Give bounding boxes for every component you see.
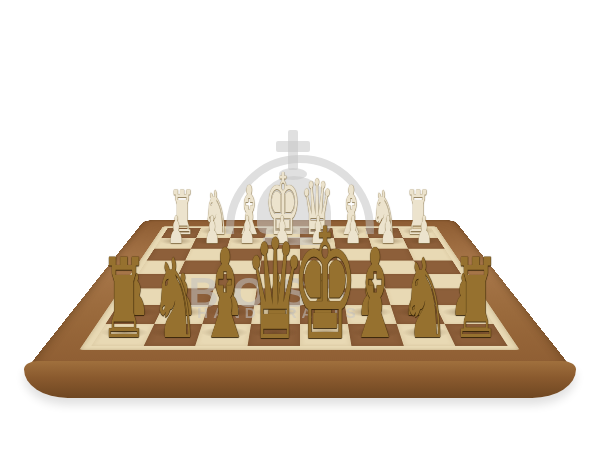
white-pawn: ♟ xyxy=(310,212,326,250)
piece-shadow xyxy=(301,227,333,234)
white-pawn: ♟ xyxy=(203,212,219,250)
piece-shadow xyxy=(302,327,349,338)
piece-shadow xyxy=(234,227,266,234)
pieces-layer: ♜♞♝♛♚♝♞♜♟♟♟♟♟♟♟♟♟♟♟♟♟♟♟♟♜♞♝♚♛♝♞♜ xyxy=(0,0,600,450)
piece-shadow xyxy=(161,307,205,317)
piece-shadow xyxy=(407,237,440,245)
brown-pawn: ♟ xyxy=(217,267,242,325)
piece-shadow xyxy=(101,327,148,338)
piece-shadow xyxy=(335,227,367,234)
piece-shadow xyxy=(230,237,263,245)
piece-shadow xyxy=(452,327,499,338)
piece-shadow xyxy=(266,237,299,245)
piece-shadow xyxy=(348,307,392,317)
white-bishop: ♝ xyxy=(235,177,264,245)
brown-pawn: ♟ xyxy=(358,267,383,325)
white-bishop: ♝ xyxy=(336,177,365,245)
brown-rook: ♜ xyxy=(452,244,499,354)
piece-shadow xyxy=(251,327,298,338)
white-pawn: ♟ xyxy=(380,212,396,250)
white-queen: ♛ xyxy=(300,170,333,246)
brown-bishop: ♝ xyxy=(349,233,402,356)
brown-pawn: ♟ xyxy=(264,267,289,325)
piece-shadow xyxy=(151,327,198,338)
piece-shadow xyxy=(255,307,299,317)
brown-pawn: ♟ xyxy=(311,267,336,325)
white-pawn: ♟ xyxy=(274,212,290,250)
piece-shadow xyxy=(395,307,439,317)
piece-shadow xyxy=(442,307,486,317)
piece-shadow xyxy=(160,237,193,245)
white-pawn: ♟ xyxy=(416,212,432,250)
white-rook: ♜ xyxy=(405,183,431,244)
brown-pawn: ♟ xyxy=(452,267,477,325)
piece-shadow xyxy=(369,227,401,234)
piece-shadow xyxy=(114,307,158,317)
white-rook: ♜ xyxy=(169,183,195,244)
brown-pawn: ♟ xyxy=(170,267,195,325)
piece-shadow xyxy=(201,327,248,338)
brown-pawn: ♟ xyxy=(123,267,148,325)
piece-shadow xyxy=(302,307,346,317)
brown-queen: ♛ xyxy=(245,221,305,360)
white-pawn: ♟ xyxy=(239,212,255,250)
piece-shadow xyxy=(267,227,299,234)
white-king: ♚ xyxy=(265,163,301,248)
brown-knight: ♞ xyxy=(151,244,198,354)
product-photo-stage: BOSS HANDICRAFTS ♜♞♝♛♚♝♞♜♟♟♟♟♟♟♟♟♟♟♟♟♟♟♟… xyxy=(0,0,600,450)
white-pawn: ♟ xyxy=(168,212,184,250)
brown-king: ♚ xyxy=(292,208,358,362)
brown-rook: ♜ xyxy=(101,244,148,354)
piece-shadow xyxy=(352,327,399,338)
piece-shadow xyxy=(337,237,370,245)
white-pawn: ♟ xyxy=(345,212,361,250)
brown-pawn: ♟ xyxy=(405,267,430,325)
brown-bishop: ♝ xyxy=(198,233,251,356)
piece-shadow xyxy=(402,327,449,338)
piece-shadow xyxy=(166,227,198,234)
brown-knight: ♞ xyxy=(402,244,449,354)
piece-shadow xyxy=(402,227,434,234)
piece-shadow xyxy=(208,307,252,317)
piece-shadow xyxy=(195,237,228,245)
white-knight: ♞ xyxy=(203,183,229,244)
white-knight: ♞ xyxy=(371,183,397,244)
piece-shadow xyxy=(301,237,334,245)
piece-shadow xyxy=(372,237,405,245)
piece-shadow xyxy=(200,227,232,234)
